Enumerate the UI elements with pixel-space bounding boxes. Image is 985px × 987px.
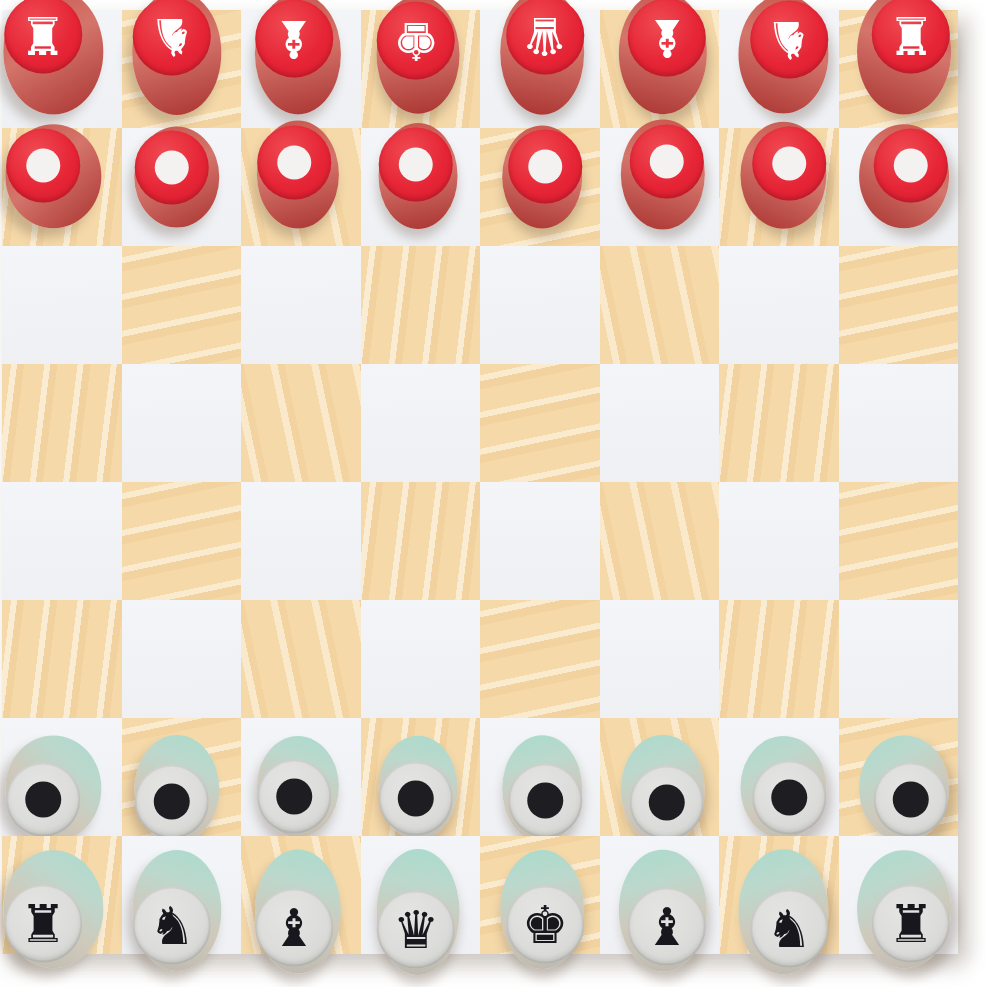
square-f1[interactable]: ♝ <box>600 836 720 954</box>
piece-face: ♜ <box>872 885 950 963</box>
piece-face <box>874 129 948 203</box>
bishop-glyph: ♝ <box>271 13 318 65</box>
square-e7[interactable] <box>480 128 600 246</box>
rook-glyph: ♜ <box>20 898 67 950</box>
piece-face <box>630 125 704 199</box>
king-glyph: ♚ <box>393 15 440 67</box>
piece-face: ♝ <box>255 889 333 967</box>
piece-red-pawn[interactable] <box>719 128 839 246</box>
piece-white-knight[interactable]: ♞ <box>719 836 839 954</box>
piece-red-bishop[interactable]: ♝ <box>600 10 720 128</box>
bishop-glyph: ♝ <box>644 901 691 953</box>
square-e1[interactable]: ♚ <box>480 836 600 954</box>
square-g8[interactable]: ♞ <box>719 10 839 128</box>
pawn-dot <box>398 781 434 817</box>
square-f2[interactable] <box>600 718 720 836</box>
piece-face <box>874 763 948 837</box>
pawn-dot <box>154 784 190 820</box>
bishop-glyph: ♝ <box>271 902 318 954</box>
square-b6[interactable] <box>122 246 242 364</box>
square-d8[interactable]: ♚ <box>361 10 481 128</box>
square-b2[interactable] <box>122 718 242 836</box>
piece-white-pawn[interactable] <box>839 718 959 836</box>
piece-red-pawn[interactable] <box>600 128 720 246</box>
square-a4[interactable] <box>2 482 122 600</box>
square-b1[interactable]: ♞ <box>122 836 242 954</box>
piece-white-pawn[interactable] <box>600 718 720 836</box>
square-a6[interactable] <box>2 246 122 364</box>
piece-red-pawn[interactable] <box>2 128 122 246</box>
square-h7[interactable] <box>839 128 959 246</box>
piece-face: ♚ <box>377 2 455 80</box>
square-c2[interactable] <box>241 718 361 836</box>
square-b8[interactable]: ♞ <box>122 10 242 128</box>
square-g5[interactable] <box>719 364 839 482</box>
pawn-dot <box>527 783 563 819</box>
pawn-dot <box>772 147 806 181</box>
pawn-dot <box>399 148 433 182</box>
pawn-dot <box>155 151 189 185</box>
piece-red-knight[interactable]: ♞ <box>122 10 242 128</box>
pawn-dot <box>25 782 61 818</box>
piece-face <box>257 126 331 200</box>
pawn-dot <box>26 149 60 183</box>
square-f6[interactable] <box>600 246 720 364</box>
piece-face: ♝ <box>628 0 706 77</box>
square-c8[interactable]: ♝ <box>241 10 361 128</box>
knight-glyph: ♞ <box>766 903 813 955</box>
piece-face <box>379 762 453 836</box>
piece-red-king[interactable]: ♚ <box>361 10 481 128</box>
square-f8[interactable]: ♝ <box>600 10 720 128</box>
piece-face <box>135 765 209 839</box>
square-a1[interactable]: ♜ <box>2 836 122 954</box>
piece-white-knight[interactable]: ♞ <box>122 836 242 954</box>
piece-face: ♚ <box>506 886 584 964</box>
square-e3[interactable] <box>480 600 600 718</box>
square-d2[interactable] <box>361 718 481 836</box>
piece-white-rook[interactable]: ♜ <box>839 836 959 954</box>
square-a7[interactable] <box>2 128 122 246</box>
square-e8[interactable]: ♛ <box>480 10 600 128</box>
pawn-dot <box>650 145 684 179</box>
piece-face: ♜ <box>4 885 82 963</box>
piece-face <box>379 128 453 202</box>
square-d1[interactable]: ♛ <box>361 836 481 954</box>
piece-white-pawn[interactable] <box>241 718 361 836</box>
square-h3[interactable] <box>839 600 959 718</box>
square-c6[interactable] <box>241 246 361 364</box>
piece-face <box>257 760 331 834</box>
piece-face <box>6 763 80 837</box>
square-g7[interactable] <box>719 128 839 246</box>
square-a2[interactable] <box>2 718 122 836</box>
chess-board: ♜♞♝♚♛♝♞♜♜♞♝♛♚♝♞♜ <box>2 10 958 954</box>
square-h6[interactable] <box>839 246 959 364</box>
piece-red-knight[interactable]: ♞ <box>719 10 839 128</box>
piece-white-queen[interactable]: ♛ <box>361 836 481 954</box>
square-b7[interactable] <box>122 128 242 246</box>
piece-face: ♞ <box>750 1 828 79</box>
square-g1[interactable]: ♞ <box>719 836 839 954</box>
square-d5[interactable] <box>361 364 481 482</box>
product-photo-scene: ♜♞♝♚♛♝♞♜♜♞♝♛♚♝♞♜ <box>0 0 985 987</box>
piece-face: ♞ <box>133 0 211 76</box>
piece-red-rook[interactable]: ♜ <box>839 10 959 128</box>
piece-white-bishop[interactable]: ♝ <box>241 836 361 954</box>
piece-red-queen[interactable]: ♛ <box>480 10 600 128</box>
square-g3[interactable] <box>719 600 839 718</box>
piece-red-rook[interactable]: ♜ <box>2 10 122 128</box>
square-e4[interactable] <box>480 482 600 600</box>
square-c3[interactable] <box>241 600 361 718</box>
pawn-dot <box>276 779 312 815</box>
pawn-dot <box>771 780 807 816</box>
square-d7[interactable] <box>361 128 481 246</box>
square-d4[interactable] <box>361 482 481 600</box>
piece-red-pawn[interactable] <box>361 128 481 246</box>
bishop-glyph: ♝ <box>644 12 691 64</box>
piece-red-bishop[interactable]: ♝ <box>241 10 361 128</box>
queen-glyph: ♛ <box>522 10 569 62</box>
square-g4[interactable] <box>719 482 839 600</box>
piece-face: ♝ <box>628 888 706 966</box>
square-e2[interactable] <box>480 718 600 836</box>
piece-face: ♞ <box>750 890 828 968</box>
square-c4[interactable] <box>241 482 361 600</box>
piece-red-pawn[interactable] <box>839 128 959 246</box>
square-f5[interactable] <box>600 364 720 482</box>
piece-white-rook[interactable]: ♜ <box>2 836 122 954</box>
piece-face <box>135 131 209 205</box>
queen-glyph: ♛ <box>393 904 440 956</box>
pawn-dot <box>649 785 685 821</box>
piece-white-king[interactable]: ♚ <box>480 836 600 954</box>
piece-face <box>752 761 826 835</box>
piece-white-pawn[interactable] <box>122 718 242 836</box>
rook-glyph: ♜ <box>888 9 935 61</box>
square-c7[interactable] <box>241 128 361 246</box>
knight-glyph: ♞ <box>149 900 196 952</box>
square-c5[interactable] <box>241 364 361 482</box>
square-b3[interactable] <box>122 600 242 718</box>
square-f3[interactable] <box>600 600 720 718</box>
square-d3[interactable] <box>361 600 481 718</box>
pawn-dot <box>528 150 562 184</box>
pawn-dot <box>894 149 928 183</box>
rook-glyph: ♜ <box>20 9 67 61</box>
square-c1[interactable]: ♝ <box>241 836 361 954</box>
square-e5[interactable] <box>480 364 600 482</box>
piece-face <box>752 127 826 201</box>
piece-white-pawn[interactable] <box>480 718 600 836</box>
piece-white-bishop[interactable]: ♝ <box>600 836 720 954</box>
square-e6[interactable] <box>480 246 600 364</box>
square-h2[interactable] <box>839 718 959 836</box>
piece-white-pawn[interactable] <box>2 718 122 836</box>
square-h8[interactable]: ♜ <box>839 10 959 128</box>
pawn-dot <box>893 782 929 818</box>
king-glyph: ♚ <box>522 899 569 951</box>
square-a3[interactable] <box>2 600 122 718</box>
rook-glyph: ♜ <box>888 898 935 950</box>
square-f7[interactable] <box>600 128 720 246</box>
piece-face: ♞ <box>133 887 211 965</box>
piece-white-pawn[interactable] <box>719 718 839 836</box>
piece-face <box>630 766 704 840</box>
knight-glyph: ♞ <box>766 14 813 66</box>
square-g6[interactable] <box>719 246 839 364</box>
square-d6[interactable] <box>361 246 481 364</box>
square-h1[interactable]: ♜ <box>839 836 959 954</box>
square-h4[interactable] <box>839 482 959 600</box>
square-h5[interactable] <box>839 364 959 482</box>
piece-red-pawn[interactable] <box>241 128 361 246</box>
piece-face: ♝ <box>255 0 333 78</box>
square-g2[interactable] <box>719 718 839 836</box>
piece-white-pawn[interactable] <box>361 718 481 836</box>
piece-face: ♛ <box>506 0 584 75</box>
piece-face <box>508 764 582 838</box>
square-b4[interactable] <box>122 482 242 600</box>
square-b5[interactable] <box>122 364 242 482</box>
square-f4[interactable] <box>600 482 720 600</box>
piece-red-pawn[interactable] <box>480 128 600 246</box>
square-a8[interactable]: ♜ <box>2 10 122 128</box>
piece-face <box>508 130 582 204</box>
piece-face <box>6 129 80 203</box>
square-a5[interactable] <box>2 364 122 482</box>
piece-face: ♛ <box>377 891 455 969</box>
piece-red-pawn[interactable] <box>122 128 242 246</box>
pawn-dot <box>277 146 311 180</box>
knight-glyph: ♞ <box>149 11 196 63</box>
